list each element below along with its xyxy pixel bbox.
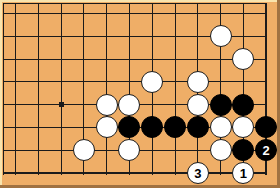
stone-black xyxy=(232,94,254,116)
bevel-right xyxy=(277,0,280,188)
grid-line-horizontal xyxy=(3,81,267,82)
stone-white xyxy=(118,94,140,116)
stone-white xyxy=(118,139,140,161)
stone-black xyxy=(255,116,277,138)
stone-white xyxy=(187,71,209,93)
stone-white xyxy=(210,139,232,161)
move-1-stone-white: 1 xyxy=(232,162,254,184)
move-number-label: 1 xyxy=(240,167,247,180)
move-2-stone-black: 2 xyxy=(255,139,277,161)
bevel-bottom xyxy=(0,185,280,188)
stone-white xyxy=(232,116,254,138)
stone-white xyxy=(96,116,118,138)
stone-white xyxy=(73,139,95,161)
move-3-stone-white: 3 xyxy=(187,162,209,184)
stone-black xyxy=(210,94,232,116)
star-point xyxy=(59,102,64,107)
frame-line-top xyxy=(3,3,267,4)
stone-black xyxy=(232,139,254,161)
board-edge-line-south xyxy=(3,172,267,174)
stone-white xyxy=(141,71,163,93)
stone-white xyxy=(187,94,209,116)
stone-black xyxy=(118,116,140,138)
stone-black xyxy=(187,116,209,138)
stone-white xyxy=(96,94,118,116)
stone-black xyxy=(164,116,186,138)
stone-white xyxy=(232,48,254,70)
go-board: 231 xyxy=(0,0,280,188)
grid-line-horizontal xyxy=(3,13,267,14)
bevel-left xyxy=(0,0,2,188)
stone-black xyxy=(141,116,163,138)
grid-line-horizontal xyxy=(3,59,267,60)
stone-white xyxy=(210,25,232,47)
stone-white xyxy=(210,116,232,138)
bevel-top xyxy=(0,0,280,2)
move-number-label: 3 xyxy=(194,167,201,180)
move-number-label: 2 xyxy=(263,144,270,157)
